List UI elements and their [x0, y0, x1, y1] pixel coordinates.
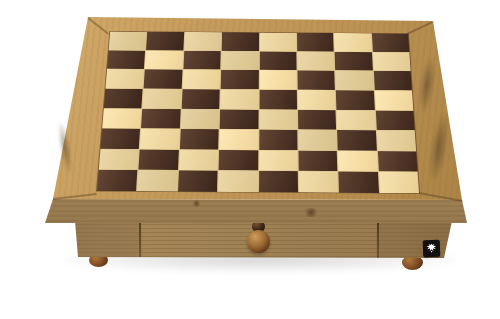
square-g8[interactable] — [334, 33, 371, 51]
square-b2[interactable] — [139, 149, 179, 170]
square-d4[interactable] — [220, 109, 258, 129]
square-g6[interactable] — [335, 71, 373, 90]
square-d7[interactable] — [221, 51, 258, 70]
drawer-seam-left — [139, 221, 141, 257]
square-c1[interactable] — [178, 171, 218, 192]
drawer-seam-right — [377, 221, 379, 258]
square-d8[interactable] — [222, 32, 259, 50]
product-photo-chess-box — [0, 0, 500, 319]
square-e5[interactable] — [259, 90, 297, 109]
square-b7[interactable] — [145, 51, 183, 70]
square-b1[interactable] — [137, 170, 177, 191]
square-g2[interactable] — [338, 151, 378, 172]
square-f8[interactable] — [297, 33, 334, 51]
board-grid — [97, 32, 419, 193]
square-f2[interactable] — [298, 151, 337, 172]
square-a6[interactable] — [106, 69, 145, 88]
square-g3[interactable] — [337, 130, 376, 150]
square-h4[interactable] — [375, 110, 414, 130]
square-h8[interactable] — [372, 33, 410, 51]
square-a8[interactable] — [109, 32, 147, 50]
square-e3[interactable] — [259, 130, 298, 150]
square-c5[interactable] — [181, 89, 219, 108]
square-f5[interactable] — [298, 90, 336, 109]
square-a5[interactable] — [104, 89, 143, 108]
square-f7[interactable] — [297, 52, 334, 71]
square-e4[interactable] — [259, 110, 297, 130]
square-a7[interactable] — [107, 50, 145, 69]
square-d6[interactable] — [221, 70, 259, 89]
square-e7[interactable] — [259, 51, 296, 70]
square-c6[interactable] — [182, 70, 220, 89]
square-g7[interactable] — [335, 52, 373, 71]
square-d5[interactable] — [220, 89, 258, 108]
maker-logo-badge — [423, 240, 441, 258]
square-g4[interactable] — [337, 110, 376, 130]
square-c7[interactable] — [183, 51, 221, 70]
square-h7[interactable] — [373, 52, 411, 71]
square-a2[interactable] — [99, 149, 139, 170]
playing-area — [97, 32, 419, 193]
square-a3[interactable] — [101, 129, 141, 149]
square-h6[interactable] — [374, 71, 412, 90]
square-a1[interactable] — [97, 170, 138, 191]
square-f3[interactable] — [298, 130, 337, 150]
square-b8[interactable] — [146, 32, 184, 50]
square-e2[interactable] — [259, 150, 298, 171]
square-h3[interactable] — [376, 131, 416, 151]
square-e6[interactable] — [259, 70, 296, 89]
square-g5[interactable] — [336, 90, 374, 109]
square-c8[interactable] — [184, 32, 221, 50]
square-d3[interactable] — [219, 129, 258, 149]
square-e8[interactable] — [259, 33, 296, 51]
wood-knot — [303, 208, 319, 217]
drawer-knob[interactable] — [247, 230, 270, 253]
eagle-icon — [425, 242, 438, 255]
square-h2[interactable] — [378, 151, 418, 172]
square-a4[interactable] — [102, 108, 141, 128]
square-f6[interactable] — [297, 71, 335, 90]
square-d2[interactable] — [219, 150, 258, 171]
square-c3[interactable] — [180, 129, 219, 149]
square-d1[interactable] — [218, 171, 258, 192]
square-c4[interactable] — [181, 109, 220, 129]
square-e1[interactable] — [259, 171, 298, 192]
square-c2[interactable] — [179, 150, 219, 171]
square-b5[interactable] — [143, 89, 182, 108]
square-f1[interactable] — [299, 172, 339, 193]
square-g1[interactable] — [339, 172, 379, 193]
square-b3[interactable] — [140, 129, 179, 149]
square-h5[interactable] — [374, 91, 413, 110]
wood-knot — [192, 200, 201, 207]
square-f4[interactable] — [298, 110, 336, 130]
square-b6[interactable] — [144, 70, 182, 89]
square-h1[interactable] — [379, 172, 419, 193]
square-b4[interactable] — [141, 109, 180, 129]
